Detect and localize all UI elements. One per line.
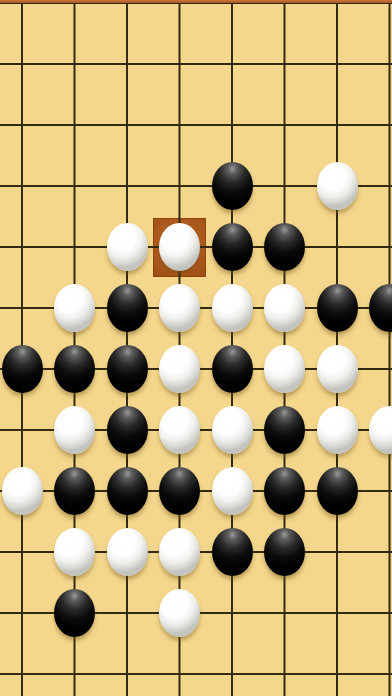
board-intersection[interactable] xyxy=(153,522,206,583)
white-stone xyxy=(159,345,200,393)
board-intersection[interactable] xyxy=(311,0,364,34)
board-intersection[interactable] xyxy=(311,339,364,400)
black-stone xyxy=(264,406,305,454)
white-stone xyxy=(264,284,305,332)
black-stone xyxy=(212,223,253,271)
board-surface[interactable] xyxy=(0,0,392,696)
board-intersection[interactable] xyxy=(153,400,206,461)
white-stone xyxy=(2,467,43,515)
white-stone xyxy=(107,223,148,271)
board-intersection[interactable] xyxy=(363,583,392,644)
board-intersection[interactable] xyxy=(48,34,101,95)
board-intersection[interactable] xyxy=(153,217,206,278)
board-intersection[interactable] xyxy=(0,95,48,156)
board-intersection[interactable] xyxy=(311,522,364,583)
board-intersection[interactable] xyxy=(258,95,311,156)
white-stone xyxy=(264,345,305,393)
white-stone xyxy=(159,284,200,332)
board-intersection[interactable] xyxy=(48,583,101,644)
board-intersection[interactable] xyxy=(311,278,364,339)
board-intersection[interactable] xyxy=(0,34,48,95)
board-intersection[interactable] xyxy=(153,156,206,217)
board-intersection[interactable] xyxy=(0,400,48,461)
board-intersection[interactable] xyxy=(48,522,101,583)
board-intersection[interactable] xyxy=(48,644,101,696)
white-stone xyxy=(159,528,200,576)
board-intersection[interactable] xyxy=(311,400,364,461)
board-intersection[interactable] xyxy=(48,0,101,34)
board-intersection[interactable] xyxy=(363,644,392,696)
black-stone xyxy=(107,467,148,515)
white-stone xyxy=(159,223,200,271)
top-accent-bar xyxy=(0,0,392,3)
board-intersection[interactable] xyxy=(101,217,154,278)
white-stone xyxy=(369,406,392,454)
white-stone xyxy=(317,162,358,210)
board-intersection[interactable] xyxy=(206,461,259,522)
board-intersection[interactable] xyxy=(48,461,101,522)
board-intersection[interactable] xyxy=(363,95,392,156)
board-intersection[interactable] xyxy=(258,217,311,278)
board-intersection[interactable] xyxy=(311,583,364,644)
white-stone xyxy=(212,467,253,515)
board-intersection[interactable] xyxy=(101,339,154,400)
board-intersection[interactable] xyxy=(101,461,154,522)
board-intersection[interactable] xyxy=(258,339,311,400)
board-intersection[interactable] xyxy=(48,156,101,217)
board-intersection[interactable] xyxy=(0,0,48,34)
black-stone xyxy=(212,345,253,393)
white-stone xyxy=(317,406,358,454)
board-intersection[interactable] xyxy=(311,217,364,278)
board-intersection[interactable] xyxy=(101,34,154,95)
black-stone xyxy=(212,162,253,210)
board-intersection[interactable] xyxy=(258,644,311,696)
board-intersection[interactable] xyxy=(101,400,154,461)
board-intersection[interactable] xyxy=(153,278,206,339)
board-intersection[interactable] xyxy=(258,583,311,644)
board-intersection[interactable] xyxy=(153,339,206,400)
board-intersection[interactable] xyxy=(311,95,364,156)
board-intersection[interactable] xyxy=(206,339,259,400)
board-intersection[interactable] xyxy=(206,583,259,644)
board-intersection[interactable] xyxy=(153,461,206,522)
board-intersection[interactable] xyxy=(363,522,392,583)
goban-board[interactable] xyxy=(0,0,392,696)
white-stone xyxy=(317,345,358,393)
board-intersection[interactable] xyxy=(363,278,392,339)
board-intersection[interactable] xyxy=(311,156,364,217)
board-intersection[interactable] xyxy=(258,522,311,583)
board-intersection[interactable] xyxy=(258,34,311,95)
white-stone xyxy=(54,284,95,332)
board-intersection[interactable] xyxy=(311,644,364,696)
black-stone xyxy=(317,284,358,332)
black-stone xyxy=(107,284,148,332)
board-intersection[interactable] xyxy=(101,583,154,644)
black-stone xyxy=(264,528,305,576)
board-intersection[interactable] xyxy=(101,522,154,583)
black-stone xyxy=(54,589,95,637)
board-intersection[interactable] xyxy=(258,0,311,34)
white-stone xyxy=(107,528,148,576)
white-stone xyxy=(54,406,95,454)
board-intersection[interactable] xyxy=(0,217,48,278)
board-intersection[interactable] xyxy=(363,400,392,461)
board-intersection[interactable] xyxy=(363,461,392,522)
black-stone xyxy=(264,223,305,271)
board-intersection[interactable] xyxy=(153,95,206,156)
board-intersection[interactable] xyxy=(311,461,364,522)
white-stone xyxy=(54,528,95,576)
board-intersection[interactable] xyxy=(258,278,311,339)
white-stone xyxy=(159,406,200,454)
board-intersection[interactable] xyxy=(206,400,259,461)
board-intersection[interactable] xyxy=(48,217,101,278)
board-intersection[interactable] xyxy=(258,461,311,522)
board-intersection[interactable] xyxy=(206,217,259,278)
board-intersection[interactable] xyxy=(206,278,259,339)
intersections-grid xyxy=(0,0,392,696)
board-intersection[interactable] xyxy=(206,34,259,95)
black-stone xyxy=(264,467,305,515)
black-stone xyxy=(159,467,200,515)
board-intersection[interactable] xyxy=(0,339,48,400)
board-intersection[interactable] xyxy=(206,0,259,34)
board-intersection[interactable] xyxy=(206,644,259,696)
black-stone xyxy=(107,406,148,454)
board-intersection[interactable] xyxy=(101,95,154,156)
white-stone xyxy=(212,284,253,332)
board-intersection[interactable] xyxy=(48,278,101,339)
board-intersection[interactable] xyxy=(206,95,259,156)
board-intersection[interactable] xyxy=(153,583,206,644)
board-intersection[interactable] xyxy=(363,217,392,278)
black-stone xyxy=(317,467,358,515)
board-intersection[interactable] xyxy=(48,95,101,156)
black-stone xyxy=(212,528,253,576)
board-intersection[interactable] xyxy=(206,522,259,583)
board-intersection[interactable] xyxy=(363,156,392,217)
black-stone xyxy=(369,284,392,332)
board-intersection[interactable] xyxy=(363,339,392,400)
board-intersection[interactable] xyxy=(48,400,101,461)
board-intersection[interactable] xyxy=(153,0,206,34)
white-stone xyxy=(212,406,253,454)
black-stone xyxy=(107,345,148,393)
board-intersection[interactable] xyxy=(363,34,392,95)
board-intersection[interactable] xyxy=(0,278,48,339)
board-intersection[interactable] xyxy=(258,400,311,461)
board-intersection[interactable] xyxy=(101,156,154,217)
board-intersection[interactable] xyxy=(311,34,364,95)
board-intersection[interactable] xyxy=(363,0,392,34)
board-intersection[interactable] xyxy=(206,156,259,217)
board-intersection[interactable] xyxy=(0,522,48,583)
black-stone xyxy=(2,345,43,393)
black-stone xyxy=(54,345,95,393)
black-stone xyxy=(54,467,95,515)
board-intersection[interactable] xyxy=(153,34,206,95)
board-intersection[interactable] xyxy=(0,583,48,644)
board-intersection[interactable] xyxy=(48,339,101,400)
board-intersection[interactable] xyxy=(0,156,48,217)
board-intersection[interactable] xyxy=(258,156,311,217)
white-stone xyxy=(159,589,200,637)
board-intersection[interactable] xyxy=(101,0,154,34)
board-intersection[interactable] xyxy=(0,644,48,696)
board-intersection[interactable] xyxy=(101,278,154,339)
board-intersection[interactable] xyxy=(153,644,206,696)
board-intersection[interactable] xyxy=(101,644,154,696)
board-intersection[interactable] xyxy=(0,461,48,522)
